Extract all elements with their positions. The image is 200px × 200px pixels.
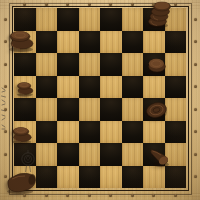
square-g5	[143, 76, 165, 99]
bottom-frame-pin	[174, 194, 177, 197]
left-frame-pin	[4, 40, 7, 43]
square-c4	[57, 98, 79, 121]
square-b8	[36, 8, 58, 31]
right-frame-pin	[194, 175, 197, 178]
top-frame-pin	[66, 3, 69, 6]
square-a5	[14, 76, 36, 99]
square-g4	[143, 98, 165, 121]
left-frame-pin	[4, 130, 7, 133]
square-d7	[79, 31, 101, 54]
square-f6	[122, 53, 144, 76]
square-e7	[100, 31, 122, 54]
square-d8	[79, 8, 101, 31]
square-e1	[100, 166, 122, 189]
square-f7	[122, 31, 144, 54]
top-frame-pin	[45, 3, 48, 6]
square-e5	[100, 76, 122, 99]
square-h6	[165, 53, 187, 76]
square-d2	[79, 143, 101, 166]
square-b7	[36, 31, 58, 54]
maker-stamp-icon	[20, 150, 36, 174]
square-h4	[165, 98, 187, 121]
square-g7	[143, 31, 165, 54]
square-g1	[143, 166, 165, 189]
square-f5	[122, 76, 144, 99]
right-frame-pin	[194, 108, 197, 111]
square-e6	[100, 53, 122, 76]
square-d3	[79, 121, 101, 144]
right-frame-pin	[194, 153, 197, 156]
square-f8	[122, 8, 144, 31]
square-h7	[165, 31, 187, 54]
square-a6	[14, 53, 36, 76]
square-b4	[36, 98, 58, 121]
square-h5	[165, 76, 187, 99]
square-c8	[57, 8, 79, 31]
right-frame-pin	[194, 18, 197, 21]
square-c3	[57, 121, 79, 144]
square-f4	[122, 98, 144, 121]
square-e2	[100, 143, 122, 166]
square-g8	[143, 8, 165, 31]
top-frame-pin	[109, 3, 112, 6]
square-h1	[165, 166, 187, 189]
square-b6	[36, 53, 58, 76]
top-frame-pin	[174, 3, 177, 6]
square-h3	[165, 121, 187, 144]
square-g2	[143, 143, 165, 166]
square-c5	[57, 76, 79, 99]
square-d4	[79, 98, 101, 121]
square-c1	[57, 166, 79, 189]
square-a8	[14, 8, 36, 31]
square-d1	[79, 166, 101, 189]
right-frame-pin	[194, 130, 197, 133]
square-f1	[122, 166, 144, 189]
top-frame-pin	[152, 3, 155, 6]
right-frame-pin	[194, 63, 197, 66]
square-e4	[100, 98, 122, 121]
square-h8	[165, 8, 187, 31]
top-frame-pin	[131, 3, 134, 6]
left-frame-pin	[4, 63, 7, 66]
left-frame-pin	[4, 153, 7, 156]
bottom-frame-pin	[88, 194, 91, 197]
square-b3	[36, 121, 58, 144]
square-a4	[14, 98, 36, 121]
square-f2	[122, 143, 144, 166]
bottom-frame-pin	[45, 194, 48, 197]
square-b2	[36, 143, 58, 166]
square-b5	[36, 76, 58, 99]
square-d5	[79, 76, 101, 99]
square-c6	[57, 53, 79, 76]
left-frame-pin	[4, 18, 7, 21]
frame-bottom	[0, 191, 200, 200]
left-frame-pin	[4, 108, 7, 111]
square-e3	[100, 121, 122, 144]
square-h2	[165, 143, 187, 166]
square-d6	[79, 53, 101, 76]
square-e8	[100, 8, 122, 31]
square-f3	[122, 121, 144, 144]
board-grid	[14, 8, 186, 188]
square-c2	[57, 143, 79, 166]
top-frame-pin	[88, 3, 91, 6]
right-frame-pin	[194, 85, 197, 88]
bottom-frame-pin	[131, 194, 134, 197]
checkerboard-photo	[0, 0, 200, 200]
square-g3	[143, 121, 165, 144]
square-c7	[57, 31, 79, 54]
left-frame-pin	[4, 175, 7, 178]
square-a7	[14, 31, 36, 54]
top-frame-pin	[23, 3, 26, 6]
right-frame-pin	[194, 40, 197, 43]
square-a3	[14, 121, 36, 144]
square-g6	[143, 53, 165, 76]
square-b1	[36, 166, 58, 189]
